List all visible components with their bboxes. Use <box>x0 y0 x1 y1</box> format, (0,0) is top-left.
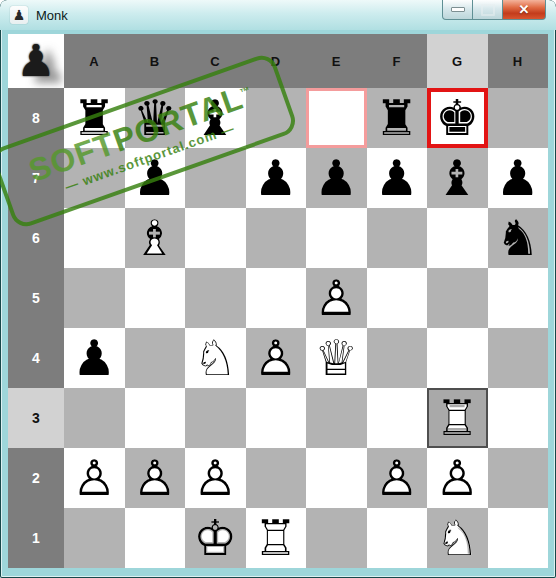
square-f4[interactable] <box>367 328 428 388</box>
piece-white-bishop: ♝♗ <box>125 208 186 268</box>
square-a5[interactable] <box>64 268 125 328</box>
square-c7[interactable] <box>185 148 246 208</box>
maximize-button[interactable] <box>473 0 502 20</box>
board-logo-cell: ♟ <box>8 34 64 88</box>
rank-label-5: 5 <box>8 268 64 328</box>
square-f7[interactable]: ♟ <box>367 148 428 208</box>
square-a4[interactable]: ♟ <box>64 328 125 388</box>
square-b3[interactable] <box>125 388 186 448</box>
square-h2[interactable] <box>488 448 549 508</box>
square-d6[interactable] <box>246 208 307 268</box>
square-e3[interactable] <box>306 388 367 448</box>
piece-white-knight: ♞♘ <box>185 328 246 388</box>
rank-label-3: 3 <box>8 388 64 448</box>
square-c4[interactable]: ♞♘ <box>185 328 246 388</box>
square-b2[interactable]: ♟♙ <box>125 448 186 508</box>
logo-pawn-icon: ♟ <box>16 39 55 83</box>
square-f2[interactable]: ♟♙ <box>367 448 428 508</box>
square-e2[interactable] <box>306 448 367 508</box>
app-pawn-icon: ♟ <box>10 6 28 24</box>
piece-white-pawn: ♟♙ <box>367 448 428 508</box>
square-d8[interactable] <box>246 88 307 148</box>
square-b6[interactable]: ♝♗ <box>125 208 186 268</box>
square-h4[interactable] <box>488 328 549 388</box>
square-a8[interactable]: ♜ <box>64 88 125 148</box>
square-h7[interactable]: ♟ <box>488 148 549 208</box>
piece-black-knight: ♞ <box>488 208 549 268</box>
square-c3[interactable] <box>185 388 246 448</box>
piece-black-pawn: ♟ <box>246 148 307 208</box>
square-c1[interactable]: ♚♔ <box>185 508 246 568</box>
minimize-icon <box>451 7 465 12</box>
square-c6[interactable] <box>185 208 246 268</box>
file-label-f: F <box>367 34 428 88</box>
square-e6[interactable] <box>306 208 367 268</box>
piece-white-pawn: ♟♙ <box>125 448 186 508</box>
square-h8[interactable] <box>488 88 549 148</box>
square-e7[interactable]: ♟ <box>306 148 367 208</box>
square-f3[interactable] <box>367 388 428 448</box>
piece-black-pawn: ♟ <box>64 328 125 388</box>
square-a1[interactable] <box>64 508 125 568</box>
file-label-e: E <box>306 34 367 88</box>
piece-black-queen: ♛ <box>125 88 186 148</box>
piece-black-rook: ♜ <box>64 88 125 148</box>
square-a6[interactable] <box>64 208 125 268</box>
close-icon: ✕ <box>519 2 530 17</box>
square-d5[interactable] <box>246 268 307 328</box>
file-label-d: D <box>246 34 307 88</box>
piece-black-king: ♚ <box>427 88 488 148</box>
piece-white-pawn: ♟♙ <box>306 268 367 328</box>
square-b1[interactable] <box>125 508 186 568</box>
piece-white-rook: ♜♖ <box>427 388 488 448</box>
square-g3[interactable]: ♜♖ <box>427 388 488 448</box>
square-e8[interactable] <box>306 88 367 148</box>
rank-label-7: 7 <box>8 148 64 208</box>
piece-white-pawn: ♟♙ <box>246 328 307 388</box>
square-b7[interactable]: ♟ <box>125 148 186 208</box>
piece-white-knight: ♞♘ <box>427 508 488 568</box>
square-c2[interactable]: ♟♙ <box>185 448 246 508</box>
square-h5[interactable] <box>488 268 549 328</box>
piece-white-queen: ♛♕ <box>306 328 367 388</box>
square-c8[interactable]: ♝ <box>185 88 246 148</box>
square-d2[interactable] <box>246 448 307 508</box>
piece-white-pawn: ♟♙ <box>64 448 125 508</box>
square-a7[interactable] <box>64 148 125 208</box>
square-a2[interactable]: ♟♙ <box>64 448 125 508</box>
piece-white-rook: ♜♖ <box>246 508 307 568</box>
maximize-icon <box>481 4 495 16</box>
rank-label-4: 4 <box>8 328 64 388</box>
square-d4[interactable]: ♟♙ <box>246 328 307 388</box>
piece-black-bishop: ♝ <box>427 148 488 208</box>
square-g1[interactable]: ♞♘ <box>427 508 488 568</box>
chess-board: ♟ABCDEFGH8♜♛♝♜♚7♟♟♟♟♝♟6♝♗♞5♟♙4♟♞♘♟♙♛♕3♜♖… <box>8 34 548 568</box>
rank-label-2: 2 <box>8 448 64 508</box>
square-e5[interactable]: ♟♙ <box>306 268 367 328</box>
square-e4[interactable]: ♛♕ <box>306 328 367 388</box>
square-g2[interactable]: ♟♙ <box>427 448 488 508</box>
piece-black-rook: ♜ <box>367 88 428 148</box>
square-h3[interactable] <box>488 388 549 448</box>
file-label-b: B <box>125 34 186 88</box>
file-label-c: C <box>185 34 246 88</box>
square-g7[interactable]: ♝ <box>427 148 488 208</box>
title-bar[interactable]: ♟ Monk ✕ <box>0 0 556 30</box>
square-a3[interactable] <box>64 388 125 448</box>
piece-black-pawn: ♟ <box>125 148 186 208</box>
square-e1[interactable] <box>306 508 367 568</box>
square-d7[interactable]: ♟ <box>246 148 307 208</box>
square-b8[interactable]: ♛ <box>125 88 186 148</box>
square-d3[interactable] <box>246 388 307 448</box>
square-g6[interactable] <box>427 208 488 268</box>
piece-white-king: ♚♔ <box>185 508 246 568</box>
file-label-g: G <box>427 34 488 88</box>
window-controls: ✕ <box>442 0 546 20</box>
square-f1[interactable] <box>367 508 428 568</box>
piece-black-pawn: ♟ <box>488 148 549 208</box>
piece-black-pawn: ♟ <box>367 148 428 208</box>
square-g4[interactable] <box>427 328 488 388</box>
window-title: Monk <box>36 8 68 23</box>
rank-label-8: 8 <box>8 88 64 148</box>
square-g8[interactable]: ♚ <box>427 88 488 148</box>
rank-label-1: 1 <box>8 508 64 568</box>
close-button[interactable]: ✕ <box>502 0 546 20</box>
square-g5[interactable] <box>427 268 488 328</box>
square-f5[interactable] <box>367 268 428 328</box>
piece-black-pawn: ♟ <box>306 148 367 208</box>
piece-black-bishop: ♝ <box>185 88 246 148</box>
square-d1[interactable]: ♜♖ <box>246 508 307 568</box>
app-window: ♟ Monk ✕ ♟ABCDEFGH8♜♛♝♜♚7♟♟♟♟♝♟6♝♗♞5♟♙4♟… <box>0 0 556 578</box>
square-f8[interactable]: ♜ <box>367 88 428 148</box>
square-h6[interactable]: ♞ <box>488 208 549 268</box>
square-h1[interactable] <box>488 508 549 568</box>
square-b5[interactable] <box>125 268 186 328</box>
square-f6[interactable] <box>367 208 428 268</box>
minimize-button[interactable] <box>442 0 473 20</box>
file-label-a: A <box>64 34 125 88</box>
rank-label-6: 6 <box>8 208 64 268</box>
square-c5[interactable] <box>185 268 246 328</box>
file-label-h: H <box>488 34 549 88</box>
piece-white-pawn: ♟♙ <box>185 448 246 508</box>
piece-white-pawn: ♟♙ <box>427 448 488 508</box>
square-b4[interactable] <box>125 328 186 388</box>
